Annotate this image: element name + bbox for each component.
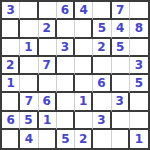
cell-r2c2[interactable] — [20, 20, 38, 38]
cell-r1c5[interactable]: 4 — [75, 2, 93, 20]
cell-r7c2[interactable]: 5 — [20, 112, 38, 130]
cell-r8c3[interactable] — [39, 130, 57, 148]
cell-r4c3[interactable]: 7 — [39, 57, 57, 75]
cell-r5c7[interactable] — [112, 75, 130, 93]
cell-r2c3[interactable]: 2 — [39, 20, 57, 38]
cell-r1c1[interactable]: 3 — [2, 2, 20, 20]
cell-r2c4[interactable] — [57, 20, 75, 38]
cell-r1c6[interactable] — [93, 2, 111, 20]
cell-r4c4[interactable] — [57, 57, 75, 75]
cell-r6c2[interactable]: 7 — [20, 93, 38, 111]
cell-r2c1[interactable] — [2, 20, 20, 38]
cell-r3c7[interactable]: 5 — [112, 39, 130, 57]
cell-r3c6[interactable]: 2 — [93, 39, 111, 57]
cell-r5c3[interactable] — [39, 75, 57, 93]
cell-r3c4[interactable]: 3 — [57, 39, 75, 57]
cell-r1c8[interactable] — [130, 2, 148, 20]
cell-r1c2[interactable] — [20, 2, 38, 20]
cell-r7c4[interactable] — [57, 112, 75, 130]
cell-r8c5[interactable]: 2 — [75, 130, 93, 148]
cell-r3c1[interactable] — [2, 39, 20, 57]
cell-r6c4[interactable] — [57, 93, 75, 111]
cell-r7c1[interactable]: 6 — [2, 112, 20, 130]
cell-r3c8[interactable] — [130, 39, 148, 57]
cell-r7c5[interactable] — [75, 112, 93, 130]
cell-r8c8[interactable]: 1 — [130, 130, 148, 148]
cell-r8c2[interactable]: 4 — [20, 130, 38, 148]
cell-r5c6[interactable]: 6 — [93, 75, 111, 93]
cell-r7c3[interactable]: 1 — [39, 112, 57, 130]
cell-r4c2[interactable] — [20, 57, 38, 75]
cell-r2c5[interactable] — [75, 20, 93, 38]
cell-r4c7[interactable] — [112, 57, 130, 75]
cell-r6c1[interactable] — [2, 93, 20, 111]
cell-r8c7[interactable] — [112, 130, 130, 148]
cell-r2c8[interactable]: 8 — [130, 20, 148, 38]
cell-r3c5[interactable] — [75, 39, 93, 57]
cell-r7c8[interactable] — [130, 112, 148, 130]
cell-r2c6[interactable]: 5 — [93, 20, 111, 38]
cell-r1c7[interactable]: 7 — [112, 2, 130, 20]
cell-r7c6[interactable]: 3 — [93, 112, 111, 130]
cell-r3c3[interactable] — [39, 39, 57, 57]
cell-r2c7[interactable]: 4 — [112, 20, 130, 38]
cell-r8c6[interactable] — [93, 130, 111, 148]
cell-r6c8[interactable] — [130, 93, 148, 111]
cell-r5c1[interactable]: 1 — [2, 75, 20, 93]
cell-r4c6[interactable] — [93, 57, 111, 75]
cell-r4c1[interactable]: 2 — [2, 57, 20, 75]
sudoku-board: 364725481325273165761365134521 — [0, 0, 150, 150]
cell-r6c3[interactable]: 6 — [39, 93, 57, 111]
cell-r6c6[interactable] — [93, 93, 111, 111]
cell-r1c3[interactable] — [39, 2, 57, 20]
cell-r1c4[interactable]: 6 — [57, 2, 75, 20]
cell-r5c4[interactable] — [57, 75, 75, 93]
cell-r3c2[interactable]: 1 — [20, 39, 38, 57]
cell-r6c7[interactable]: 3 — [112, 93, 130, 111]
cell-r4c5[interactable] — [75, 57, 93, 75]
cell-r7c7[interactable] — [112, 112, 130, 130]
cell-r5c8[interactable]: 5 — [130, 75, 148, 93]
cell-r6c5[interactable]: 1 — [75, 93, 93, 111]
cell-r5c2[interactable] — [20, 75, 38, 93]
cell-r8c4[interactable]: 5 — [57, 130, 75, 148]
cell-r5c5[interactable] — [75, 75, 93, 93]
cell-r4c8[interactable]: 3 — [130, 57, 148, 75]
cell-r8c1[interactable] — [2, 130, 20, 148]
